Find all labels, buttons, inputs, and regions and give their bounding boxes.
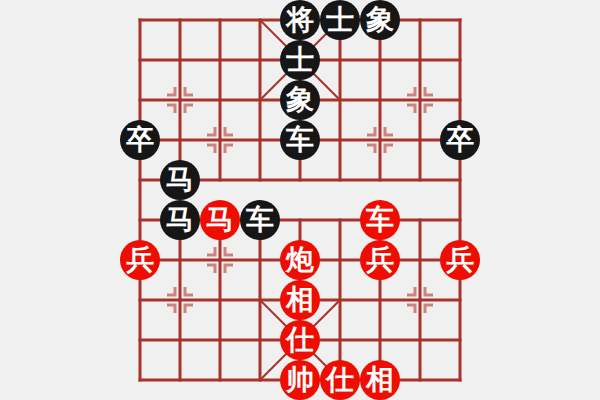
piece-black-chariot[interactable]: 车 [240, 200, 280, 240]
piece-red-chariot[interactable]: 车 [360, 200, 400, 240]
piece-red-general[interactable]: 帅 [280, 360, 320, 400]
piece-black-advisor[interactable]: 士 [280, 40, 320, 80]
piece-black-chariot[interactable]: 车 [280, 120, 320, 160]
piece-black-elephant[interactable]: 象 [280, 80, 320, 120]
piece-black-advisor[interactable]: 士 [320, 0, 360, 40]
piece-red-elephant[interactable]: 相 [360, 360, 400, 400]
piece-red-soldier[interactable]: 兵 [360, 240, 400, 280]
piece-red-horse[interactable]: 马 [200, 200, 240, 240]
piece-red-soldier[interactable]: 兵 [440, 240, 480, 280]
piece-black-elephant[interactable]: 象 [360, 0, 400, 40]
piece-black-horse[interactable]: 马 [160, 200, 200, 240]
piece-red-elephant[interactable]: 相 [280, 280, 320, 320]
piece-black-soldier[interactable]: 卒 [120, 120, 160, 160]
piece-red-soldier[interactable]: 兵 [120, 240, 160, 280]
piece-red-advisor[interactable]: 仕 [280, 320, 320, 360]
piece-black-general[interactable]: 将 [280, 0, 320, 40]
piece-black-soldier[interactable]: 卒 [440, 120, 480, 160]
piece-black-horse[interactable]: 马 [160, 160, 200, 200]
xiangqi-board: 将士象士象卒车卒马马车马车兵炮兵兵相仕帅仕相 [0, 0, 600, 400]
piece-red-cannon[interactable]: 炮 [280, 240, 320, 280]
piece-red-advisor[interactable]: 仕 [320, 360, 360, 400]
